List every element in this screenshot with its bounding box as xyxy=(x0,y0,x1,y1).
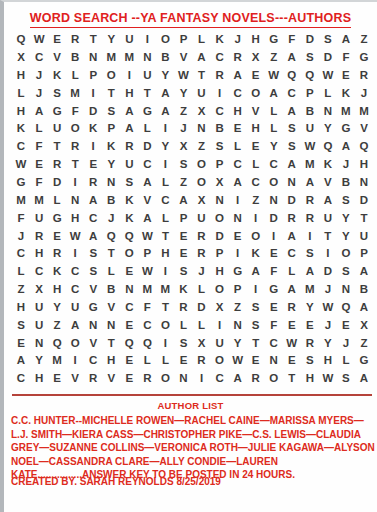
grid-cell-r17c1: S xyxy=(12,317,30,335)
grid-cell-r17c5: N xyxy=(84,317,102,335)
grid-cell-r15c14: I xyxy=(247,281,265,299)
grid-cell-r12c2: R xyxy=(30,227,48,245)
grid-cell-r18c5: V xyxy=(84,334,102,352)
grid-cell-r13c17: S xyxy=(301,245,319,263)
grid-cell-r9c4: I xyxy=(66,174,84,192)
grid-cell-r6c20: V xyxy=(355,120,373,138)
grid-cell-r5c14: V xyxy=(247,102,265,120)
grid-cell-r6c9: I xyxy=(156,120,174,138)
grid-cell-r3c6: O xyxy=(102,67,120,85)
grid-cell-r3c9: Y xyxy=(156,67,174,85)
grid-cell-r7c15: Y xyxy=(265,138,283,156)
grid-cell-r11c5: C xyxy=(84,210,102,228)
grid-cell-r14c10: S xyxy=(174,263,192,281)
grid-cell-r6c19: G xyxy=(337,120,355,138)
grid-cell-r2c20: G xyxy=(355,49,373,67)
grid-cell-r19c11: R xyxy=(192,352,210,370)
grid-cell-r14c6: L xyxy=(102,263,120,281)
grid-cell-r20c3: E xyxy=(48,370,66,388)
grid-cell-r1c2: W xyxy=(30,31,48,49)
grid-cell-r3c17: Q xyxy=(301,67,319,85)
grid-cell-r7c9: Y xyxy=(156,138,174,156)
grid-cell-r14c15: F xyxy=(265,263,283,281)
grid-cell-r17c2: U xyxy=(30,317,48,335)
grid-cell-r20c11: I xyxy=(192,370,210,388)
puzzle-page: WORD SEARCH --YA FANTASY NOVELS---AUTHOR… xyxy=(0,0,377,512)
grid-cell-r18c17: R xyxy=(301,334,319,352)
grid-cell-r3c13: A xyxy=(229,67,247,85)
grid-cell-r3c20: R xyxy=(355,67,373,85)
grid-cell-r12c1: J xyxy=(12,227,30,245)
grid-cell-r8c14: L xyxy=(247,156,265,174)
grid-cell-r1c10: P xyxy=(174,31,192,49)
grid-cell-r17c19: E xyxy=(337,317,355,335)
grid-cell-r16c12: X xyxy=(211,299,229,317)
grid-cell-r12c3: E xyxy=(48,227,66,245)
grid-cell-r19c17: S xyxy=(301,352,319,370)
grid-cell-r13c1: C xyxy=(12,245,30,263)
grid-cell-r2c14: X xyxy=(247,49,265,67)
grid-cell-r19c5: C xyxy=(84,352,102,370)
grid-cell-r10c20: D xyxy=(355,192,373,210)
grid-cell-r4c1: L xyxy=(12,85,30,103)
grid-cell-r16c10: R xyxy=(174,299,192,317)
grid-cell-r6c2: L xyxy=(30,120,48,138)
grid-cell-r3c19: E xyxy=(337,67,355,85)
grid-cell-r11c4: H xyxy=(66,210,84,228)
grid-cell-r14c16: L xyxy=(283,263,301,281)
grid-cell-r6c18: Y xyxy=(319,120,337,138)
grid-cell-r18c9: I xyxy=(156,334,174,352)
grid-cell-r13c8: P xyxy=(138,245,156,263)
grid-cell-r8c7: U xyxy=(120,156,138,174)
grid-cell-r16c11: D xyxy=(192,299,210,317)
grid-cell-r9c13: A xyxy=(229,174,247,192)
grid-cell-r13c10: E xyxy=(174,245,192,263)
grid-cell-r12c20: U xyxy=(355,227,373,245)
grid-cell-r4c9: A xyxy=(156,85,174,103)
grid-cell-r19c12: O xyxy=(211,352,229,370)
grid-cell-r16c2: U xyxy=(30,299,48,317)
grid-cell-r2c19: F xyxy=(337,49,355,67)
grid-cell-r14c12: H xyxy=(211,263,229,281)
grid-cell-r12c13: E xyxy=(229,227,247,245)
grid-cell-r17c13: N xyxy=(229,317,247,335)
grid-cell-r9c14: C xyxy=(247,174,265,192)
grid-cell-r8c16: A xyxy=(283,156,301,174)
grid-cell-r10c2: M xyxy=(30,192,48,210)
grid-cell-r1c16: F xyxy=(283,31,301,49)
grid-cell-r15c6: B xyxy=(102,281,120,299)
grid-cell-r20c18: W xyxy=(319,370,337,388)
grid-cell-r5c8: G xyxy=(138,102,156,120)
grid-cell-r9c12: X xyxy=(211,174,229,192)
grid-cell-r6c11: N xyxy=(192,120,210,138)
grid-cell-r4c18: L xyxy=(319,85,337,103)
grid-cell-r17c15: F xyxy=(265,317,283,335)
grid-cell-r3c1: H xyxy=(12,67,30,85)
grid-cell-r11c3: G xyxy=(48,210,66,228)
grid-cell-r13c9: H xyxy=(156,245,174,263)
grid-cell-r18c4: O xyxy=(66,334,84,352)
grid-cell-r16c13: Z xyxy=(229,299,247,317)
grid-cell-r1c3: E xyxy=(48,31,66,49)
grid-cell-r7c16: S xyxy=(283,138,301,156)
grid-cell-r4c17: P xyxy=(301,85,319,103)
grid-cell-r7c3: T xyxy=(48,138,66,156)
grid-cell-r16c14: S xyxy=(247,299,265,317)
grid-cell-r3c10: W xyxy=(174,67,192,85)
grid-cell-r1c8: I xyxy=(138,31,156,49)
grid-cell-r9c3: D xyxy=(48,174,66,192)
grid-cell-r15c18: J xyxy=(319,281,337,299)
grid-cell-r10c11: X xyxy=(192,192,210,210)
page-title: WORD SEARCH --YA FANTASY NOVELS---AUTHOR… xyxy=(30,11,351,28)
grid-cell-r12c19: Y xyxy=(337,227,355,245)
grid-cell-r12c18: T xyxy=(319,227,337,245)
grid-cell-r11c15: D xyxy=(265,210,283,228)
grid-cell-r7c14: E xyxy=(247,138,265,156)
grid-cell-r13c15: E xyxy=(265,245,283,263)
grid-cell-r12c14: O xyxy=(247,227,265,245)
grid-cell-r19c9: L xyxy=(156,352,174,370)
grid-cell-r9c5: R xyxy=(84,174,102,192)
grid-cell-r14c18: D xyxy=(319,263,337,281)
grid-cell-r3c12: R xyxy=(211,67,229,85)
grid-cell-r2c15: Z xyxy=(265,49,283,67)
grid-cell-r1c4: R xyxy=(66,31,84,49)
grid-cell-r11c11: U xyxy=(192,210,210,228)
grid-cell-r5c15: L xyxy=(265,102,283,120)
grid-cell-r13c19: O xyxy=(337,245,355,263)
grid-cell-r12c10: E xyxy=(174,227,192,245)
grid-cell-r13c3: R xyxy=(48,245,66,263)
grid-cell-r7c8: D xyxy=(138,138,156,156)
grid-cell-r7c17: W xyxy=(301,138,319,156)
grid-cell-r14c5: S xyxy=(84,263,102,281)
grid-cell-r19c20: G xyxy=(355,352,373,370)
grid-cell-r18c13: Y xyxy=(229,334,247,352)
grid-cell-r20c14: R xyxy=(247,370,265,388)
grid-cell-r7c20: Q xyxy=(355,138,373,156)
grid-cell-r2c10: V xyxy=(174,49,192,67)
grid-cell-r1c13: J xyxy=(229,31,247,49)
grid-cell-r18c1: E xyxy=(12,334,30,352)
grid-cell-r19c3: M xyxy=(48,352,66,370)
grid-cell-r13c18: I xyxy=(319,245,337,263)
grid-cell-r1c6: Y xyxy=(102,31,120,49)
grid-cell-r20c4: V xyxy=(66,370,84,388)
grid-cell-r7c10: X xyxy=(174,138,192,156)
grid-cell-r1c7: U xyxy=(120,31,138,49)
grid-cell-r1c1: Q xyxy=(12,31,30,49)
grid-cell-r20c7: E xyxy=(120,370,138,388)
grid-cell-r17c16: E xyxy=(283,317,301,335)
grid-cell-r5c5: D xyxy=(84,102,102,120)
grid-cell-r13c12: P xyxy=(211,245,229,263)
grid-cell-r8c2: E xyxy=(30,156,48,174)
grid-cell-r12c9: T xyxy=(156,227,174,245)
grid-cell-r9c1: G xyxy=(12,174,30,192)
grid-cell-r8c20: H xyxy=(355,156,373,174)
grid-cell-r3c7: I xyxy=(120,67,138,85)
grid-cell-r8c9: I xyxy=(156,156,174,174)
grid-cell-r2c3: V xyxy=(48,49,66,67)
grid-cell-r2c8: N xyxy=(138,49,156,67)
grid-cell-r20c13: A xyxy=(229,370,247,388)
grid-cell-r7c12: S xyxy=(211,138,229,156)
grid-cell-r2c2: C xyxy=(30,49,48,67)
grid-cell-r13c5: S xyxy=(84,245,102,263)
grid-cell-r15c4: C xyxy=(66,281,84,299)
credit-line: CREATED BY. SARAH REYNOLDS 8/25/2019 xyxy=(11,475,377,489)
grid-cell-r15c8: M xyxy=(138,281,156,299)
grid-cell-r4c12: I xyxy=(211,85,229,103)
grid-cell-r8c18: K xyxy=(319,156,337,174)
grid-cell-r20c15: O xyxy=(265,370,283,388)
grid-cell-r4c4: M xyxy=(66,85,84,103)
grid-cell-r8c10: S xyxy=(174,156,192,174)
grid-cell-r19c16: E xyxy=(283,352,301,370)
grid-cell-r8c15: C xyxy=(265,156,283,174)
grid-cell-r10c9: C xyxy=(156,192,174,210)
grid-cell-r16c6: V xyxy=(102,299,120,317)
grid-cell-r5c17: B xyxy=(301,102,319,120)
grid-cell-r10c17: R xyxy=(301,192,319,210)
author-list-heading: AUTHOR LIST xyxy=(4,400,377,411)
grid-cell-r18c20: Z xyxy=(355,334,373,352)
grid-cell-r14c20: A xyxy=(355,263,373,281)
grid-cell-r5c1: H xyxy=(12,102,30,120)
grid-cell-r2c18: D xyxy=(319,49,337,67)
grid-cell-r14c4: C xyxy=(66,263,84,281)
grid-cell-r8c8: C xyxy=(138,156,156,174)
grid-cell-r4c19: K xyxy=(337,85,355,103)
grid-cell-r15c12: O xyxy=(211,281,229,299)
grid-cell-r12c5: A xyxy=(84,227,102,245)
grid-cell-r15c17: M xyxy=(301,281,319,299)
grid-cell-r6c15: L xyxy=(265,120,283,138)
grid-cell-r1c17: D xyxy=(301,31,319,49)
grid-cell-r4c20: J xyxy=(355,85,373,103)
grid-cell-r9c15: O xyxy=(265,174,283,192)
grid-cell-r1c18: S xyxy=(319,31,337,49)
grid-cell-r9c18: V xyxy=(319,174,337,192)
grid-cell-r14c7: E xyxy=(120,263,138,281)
grid-cell-r6c13: E xyxy=(229,120,247,138)
grid-cell-r14c17: A xyxy=(301,263,319,281)
grid-cell-r10c18: A xyxy=(319,192,337,210)
grid-cell-r11c14: I xyxy=(247,210,265,228)
grid-cell-r12c15: I xyxy=(265,227,283,245)
grid-cell-r17c9: O xyxy=(156,317,174,335)
grid-cell-r15c19: N xyxy=(337,281,355,299)
grid-cell-r2c11: A xyxy=(192,49,210,67)
grid-cell-r5c4: F xyxy=(66,102,84,120)
grid-cell-r19c7: E xyxy=(120,352,138,370)
grid-cell-r11c2: U xyxy=(30,210,48,228)
author-list-text: C.C. HUNTER--MICHELLE ROWEN—RACHEL CAINE… xyxy=(11,414,377,482)
grid-cell-r16c17: Y xyxy=(301,299,319,317)
grid-cell-r20c2: H xyxy=(30,370,48,388)
grid-cell-r4c15: A xyxy=(265,85,283,103)
grid-cell-r4c10: Y xyxy=(174,85,192,103)
grid-cell-r1c19: A xyxy=(337,31,355,49)
grid-cell-r5c2: A xyxy=(30,102,48,120)
grid-cell-r10c6: B xyxy=(102,192,120,210)
grid-cell-r11c12: O xyxy=(211,210,229,228)
grid-cell-r16c4: U xyxy=(66,299,84,317)
grid-cell-r11c20: T xyxy=(355,210,373,228)
grid-cell-r3c3: K xyxy=(48,67,66,85)
grid-cell-r19c6: H xyxy=(102,352,120,370)
grid-cell-r15c5: V xyxy=(84,281,102,299)
grid-cell-r10c15: N xyxy=(265,192,283,210)
grid-cell-r8c19: J xyxy=(337,156,355,174)
title-row: WORD SEARCH --YA FANTASY NOVELS---AUTHOR… xyxy=(4,8,377,28)
grid-cell-r16c18: W xyxy=(319,299,337,317)
grid-cell-r11c9: L xyxy=(156,210,174,228)
grid-cell-r4c7: H xyxy=(120,85,138,103)
grid-cell-r17c18: J xyxy=(319,317,337,335)
grid-cell-r7c7: R xyxy=(120,138,138,156)
grid-cell-r8c1: W xyxy=(12,156,30,174)
grid-cell-r14c8: W xyxy=(138,263,156,281)
grid-cell-r5c16: A xyxy=(283,102,301,120)
grid-cell-r4c5: I xyxy=(84,85,102,103)
grid-cell-r15c1: Z xyxy=(12,281,30,299)
grid-cell-r6c16: S xyxy=(283,120,301,138)
grid-cell-r15c2: X xyxy=(30,281,48,299)
grid-cell-r4c3: S xyxy=(48,85,66,103)
grid-cell-r7c4: R xyxy=(66,138,84,156)
grid-cell-r18c2: N xyxy=(30,334,48,352)
grid-cell-r7c6: K xyxy=(102,138,120,156)
grid-cell-r4c11: U xyxy=(192,85,210,103)
grid-cell-r12c7: Q xyxy=(120,227,138,245)
grid-cell-r12c17: I xyxy=(301,227,319,245)
grid-cell-r6c5: K xyxy=(84,120,102,138)
grid-cell-r10c1: M xyxy=(12,192,30,210)
grid-cell-r15c15: G xyxy=(265,281,283,299)
grid-cell-r13c7: O xyxy=(120,245,138,263)
grid-cell-r17c3: Z xyxy=(48,317,66,335)
grid-cell-r19c10: E xyxy=(174,352,192,370)
grid-cell-r19c15: N xyxy=(265,352,283,370)
grid-cell-r13c20: P xyxy=(355,245,373,263)
grid-cell-r6c6: P xyxy=(102,120,120,138)
grid-cell-r13c2: H xyxy=(30,245,48,263)
grid-cell-r11c1: F xyxy=(12,210,30,228)
grid-cell-r9c8: A xyxy=(138,174,156,192)
grid-cell-r20c5: R xyxy=(84,370,102,388)
grid-cell-r4c2: J xyxy=(30,85,48,103)
grid-cell-r1c14: H xyxy=(247,31,265,49)
grid-cell-r5c11: X xyxy=(192,102,210,120)
grid-cell-r20c20: A xyxy=(355,370,373,388)
grid-cell-r2c7: M xyxy=(120,49,138,67)
grid-cell-r6c10: J xyxy=(174,120,192,138)
grid-cell-r7c5: I xyxy=(84,138,102,156)
grid-cell-r18c7: Q xyxy=(120,334,138,352)
grid-cell-r16c20: A xyxy=(355,299,373,317)
grid-cell-r11c17: R xyxy=(301,210,319,228)
grid-cell-r5c13: H xyxy=(229,102,247,120)
grid-cell-r3c8: U xyxy=(138,67,156,85)
grid-cell-r6c7: A xyxy=(120,120,138,138)
grid-cell-r11c8: A xyxy=(138,210,156,228)
grid-cell-r9c11: O xyxy=(192,174,210,192)
grid-cell-r20c6: V xyxy=(102,370,120,388)
grid-cell-r15c7: N xyxy=(120,281,138,299)
grid-cell-r15c20: B xyxy=(355,281,373,299)
grid-cell-r17c14: S xyxy=(247,317,265,335)
grid-cell-r16c19: Q xyxy=(337,299,355,317)
grid-cell-r18c14: T xyxy=(247,334,265,352)
grid-cell-r16c8: F xyxy=(138,299,156,317)
grid-cell-r8c5: E xyxy=(84,156,102,174)
grid-cell-r6c8: L xyxy=(138,120,156,138)
grid-cell-r14c13: G xyxy=(229,263,247,281)
grid-cell-r6c17: U xyxy=(301,120,319,138)
grid-cell-r7c11: Z xyxy=(192,138,210,156)
grid-cell-r1c20: Z xyxy=(355,31,373,49)
grid-cell-r10c12: N xyxy=(211,192,229,210)
grid-cell-r17c10: L xyxy=(174,317,192,335)
grid-cell-r19c4: I xyxy=(66,352,84,370)
grid-cell-r2c1: X xyxy=(12,49,30,67)
grid-cell-r7c1: C xyxy=(12,138,30,156)
grid-cell-r15c10: K xyxy=(174,281,192,299)
grid-cell-r14c3: K xyxy=(48,263,66,281)
grid-cell-r7c18: Q xyxy=(319,138,337,156)
grid-cell-r2c16: A xyxy=(283,49,301,67)
grid-cell-r19c19: L xyxy=(337,352,355,370)
grid-cell-r13c6: T xyxy=(102,245,120,263)
grid-cell-r19c13: W xyxy=(229,352,247,370)
grid-cell-r10c4: N xyxy=(66,192,84,210)
grid-divider-rule xyxy=(12,394,372,396)
grid-cell-r2c17: S xyxy=(301,49,319,67)
grid-cell-r16c9: T xyxy=(156,299,174,317)
grid-cell-r3c16: Q xyxy=(283,67,301,85)
grid-cell-r9c2: F xyxy=(30,174,48,192)
grid-cell-r8c13: C xyxy=(229,156,247,174)
grid-cell-r12c11: R xyxy=(192,227,210,245)
grid-cell-r18c6: T xyxy=(102,334,120,352)
grid-cell-r3c15: W xyxy=(265,67,283,85)
grid-cell-r14c2: C xyxy=(30,263,48,281)
grid-cell-r11c7: K xyxy=(120,210,138,228)
grid-cell-r11c13: N xyxy=(229,210,247,228)
grid-cell-r6c3: U xyxy=(48,120,66,138)
grid-cell-r3c14: E xyxy=(247,67,265,85)
grid-cell-r20c1: C xyxy=(12,370,30,388)
grid-cell-r2c13: R xyxy=(229,49,247,67)
grid-cell-r9c16: N xyxy=(283,174,301,192)
grid-cell-r16c7: C xyxy=(120,299,138,317)
grid-cell-r5c9: A xyxy=(156,102,174,120)
grid-cell-r17c20: X xyxy=(355,317,373,335)
grid-cell-r5c19: M xyxy=(337,102,355,120)
grid-cell-r1c15: G xyxy=(265,31,283,49)
grid-cell-r14c9: I xyxy=(156,263,174,281)
grid-cell-r7c2: F xyxy=(30,138,48,156)
grid-cell-r17c4: A xyxy=(66,317,84,335)
grid-cell-r5c7: A xyxy=(120,102,138,120)
grid-cell-r18c11: X xyxy=(192,334,210,352)
grid-cell-r15c13: P xyxy=(229,281,247,299)
